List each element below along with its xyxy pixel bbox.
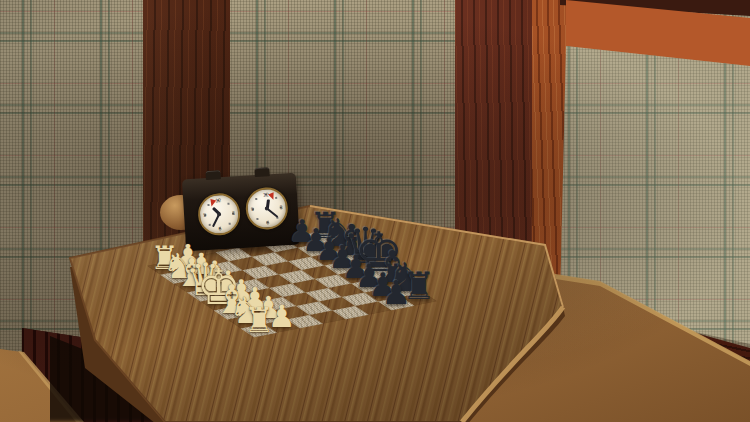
dial-numeral-9: 9 bbox=[251, 207, 254, 212]
piece-white-rook-h1[interactable]: ♜ bbox=[232, 303, 287, 337]
dial-numeral-6: 6 bbox=[266, 220, 269, 225]
pub-booth-chess-scene: 12369 12369 ♜♞♝♛♚♝♞♜♟♟♟♟♟♟♟♟♟♟♟♟♟♟♟♟♜♞♝♛… bbox=[0, 0, 750, 422]
clock-left-dial: 12369 bbox=[197, 192, 241, 236]
dial-numeral-3: 3 bbox=[279, 205, 282, 210]
dial-numeral-3: 3 bbox=[232, 211, 235, 216]
clock-button-right[interactable] bbox=[254, 167, 270, 177]
clock-button-left[interactable] bbox=[205, 170, 221, 180]
dial-numeral-12: 12 bbox=[215, 198, 222, 203]
dial-numeral-9: 9 bbox=[203, 213, 206, 218]
dial-numeral-6: 6 bbox=[218, 226, 221, 231]
dial-numeral-12: 12 bbox=[263, 192, 270, 197]
dial-pin bbox=[217, 212, 221, 216]
piece-black-pawn-h7[interactable]: ♟ bbox=[370, 277, 423, 310]
